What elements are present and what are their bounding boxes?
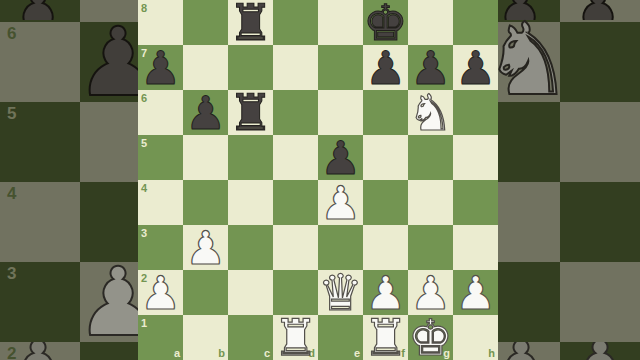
square-h4[interactable]	[453, 180, 498, 225]
square-f6[interactable]	[363, 90, 408, 135]
square-e6[interactable]	[318, 90, 363, 135]
file-label: e	[354, 347, 360, 359]
bg-white-knight-icon: ♞	[498, 5, 583, 115]
square-e7[interactable]	[318, 45, 363, 90]
white-knight[interactable]: ♞	[408, 91, 453, 136]
rank-label: 6	[141, 92, 147, 104]
square-f5[interactable]	[363, 135, 408, 180]
rank-label: 1	[141, 317, 147, 329]
chess-board: 8♜♚7♟♟♟♟6♟♜♞5♟4♟3♟2♟♛♟♟♟1abcd♜ef♜g♚h	[138, 0, 498, 360]
file-label: a	[174, 347, 180, 359]
square-h1[interactable]: h	[453, 315, 498, 360]
white-pawn[interactable]: ♟	[183, 226, 228, 271]
square-e1[interactable]: e	[318, 315, 363, 360]
square-e4[interactable]: ♟	[318, 180, 363, 225]
white-king[interactable]: ♚	[408, 316, 453, 360]
square-h7[interactable]: ♟	[453, 45, 498, 90]
white-rook[interactable]: ♜	[363, 316, 408, 360]
square-h5[interactable]	[453, 135, 498, 180]
square-a6[interactable]: 6	[138, 90, 183, 135]
square-a1[interactable]: 1a	[138, 315, 183, 360]
square-b8[interactable]	[183, 0, 228, 45]
square-a2[interactable]: 2♟	[138, 270, 183, 315]
square-h8[interactable]	[453, 0, 498, 45]
square-f1[interactable]: f♜	[363, 315, 408, 360]
square-b4[interactable]	[183, 180, 228, 225]
square-f8[interactable]: ♚	[363, 0, 408, 45]
square-d8[interactable]	[273, 0, 318, 45]
bg-rank-label-3: 3	[7, 264, 16, 284]
square-g1[interactable]: g♚	[408, 315, 453, 360]
square-g6[interactable]: ♞	[408, 90, 453, 135]
square-h2[interactable]: ♟	[453, 270, 498, 315]
bg-black-pawn-icon: ♟	[73, 12, 138, 112]
file-label: h	[488, 347, 495, 359]
black-pawn[interactable]: ♟	[183, 91, 228, 136]
square-b7[interactable]	[183, 45, 228, 90]
bg-bottom-row: ♟	[0, 342, 138, 360]
file-label: b	[218, 347, 225, 359]
square-d7[interactable]	[273, 45, 318, 90]
square-c4[interactable]	[228, 180, 273, 225]
file-label: c	[264, 347, 270, 359]
square-c3[interactable]	[228, 225, 273, 270]
square-b5[interactable]	[183, 135, 228, 180]
rank-label: 8	[141, 2, 147, 14]
black-pawn[interactable]: ♟	[363, 46, 408, 91]
square-d3[interactable]	[273, 225, 318, 270]
square-c5[interactable]	[228, 135, 273, 180]
square-c6[interactable]: ♜	[228, 90, 273, 135]
square-e5[interactable]: ♟	[318, 135, 363, 180]
bg-white-pawn-icon: ♟	[73, 252, 138, 352]
square-e2[interactable]: ♛	[318, 270, 363, 315]
square-b1[interactable]: b	[183, 315, 228, 360]
rank-label: 5	[141, 137, 147, 149]
square-g4[interactable]	[408, 180, 453, 225]
square-g5[interactable]	[408, 135, 453, 180]
square-c8[interactable]: ♜	[228, 0, 273, 45]
black-pawn[interactable]: ♟	[318, 136, 363, 181]
square-b2[interactable]	[183, 270, 228, 315]
bg-rank-label-4: 4	[7, 184, 16, 204]
bg-black-pawn-icon: ♟	[0, 0, 83, 20]
bg-white-pawn-icon: ♟	[555, 342, 640, 360]
black-king[interactable]: ♚	[363, 1, 408, 46]
video-frame: 6 5 4 3 2 ♟ ♟ ♟ ♟ 8♜♚7♟♟♟♟6♟♜♞5♟4♟3♟2♟♛♟…	[0, 0, 640, 360]
square-a8[interactable]: 8	[138, 0, 183, 45]
square-e8[interactable]	[318, 0, 363, 45]
white-queen[interactable]: ♛	[318, 271, 363, 316]
square-c1[interactable]: c	[228, 315, 273, 360]
black-rook[interactable]: ♜	[228, 91, 273, 136]
square-h6[interactable]	[453, 90, 498, 135]
white-pawn[interactable]: ♟	[318, 181, 363, 226]
square-h3[interactable]	[453, 225, 498, 270]
square-a3[interactable]: 3	[138, 225, 183, 270]
background-right-strip: ♟ ♟ ♞ ♟ ♟	[498, 0, 640, 360]
bg-rank-label-5: 5	[7, 104, 16, 124]
rank-label: 3	[141, 227, 147, 239]
square-b6[interactable]: ♟	[183, 90, 228, 135]
black-pawn[interactable]: ♟	[138, 46, 183, 91]
rank-label: 4	[141, 182, 147, 194]
square-a4[interactable]: 4	[138, 180, 183, 225]
square-a5[interactable]: 5	[138, 135, 183, 180]
square-g3[interactable]	[408, 225, 453, 270]
square-f7[interactable]: ♟	[363, 45, 408, 90]
bg-white-pawn-icon: ♟	[0, 342, 83, 360]
square-d6[interactable]	[273, 90, 318, 135]
black-rook[interactable]: ♜	[228, 1, 273, 46]
square-f4[interactable]	[363, 180, 408, 225]
square-d1[interactable]: d♜	[273, 315, 318, 360]
white-pawn[interactable]: ♟	[453, 271, 498, 316]
square-d5[interactable]	[273, 135, 318, 180]
square-a7[interactable]: 7♟	[138, 45, 183, 90]
square-c2[interactable]	[228, 270, 273, 315]
white-rook[interactable]: ♜	[273, 316, 318, 360]
square-b3[interactable]: ♟	[183, 225, 228, 270]
white-pawn[interactable]: ♟	[138, 271, 183, 316]
background-left-strip: 6 5 4 3 2 ♟ ♟ ♟ ♟	[0, 0, 138, 360]
black-pawn[interactable]: ♟	[453, 46, 498, 91]
square-d4[interactable]	[273, 180, 318, 225]
square-f3[interactable]	[363, 225, 408, 270]
square-g8[interactable]	[408, 0, 453, 45]
bg-bottom-row: ♟ ♟	[498, 342, 640, 360]
bg-rank-label-6: 6	[7, 24, 16, 44]
